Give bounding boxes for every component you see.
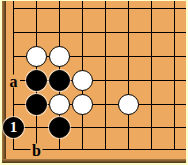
grid-line-vertical [174,1,175,150]
move-number: 1 [10,120,18,135]
white-stone [49,94,70,115]
grid-line-horizontal [13,127,186,128]
move-1-stone: 1 [3,117,24,138]
grid-line-vertical [128,1,129,150]
white-stone [26,46,47,67]
white-stone [72,94,93,115]
go-diagram: ab1 [0,0,188,165]
white-stone [72,70,93,91]
grid-line-horizontal [13,8,186,9]
board-shadow-bottom [2,159,186,163]
point-label-a: a [8,74,20,87]
grid-line-vertical [105,1,106,150]
white-stone [118,94,139,115]
black-stone [26,94,47,115]
white-stone [49,46,70,67]
grid-line-vertical [151,1,152,150]
grid-line-horizontal [13,32,186,33]
black-stone [49,117,70,138]
point-label-b: b [30,143,43,156]
black-stone [26,70,47,91]
black-stone [49,70,70,91]
